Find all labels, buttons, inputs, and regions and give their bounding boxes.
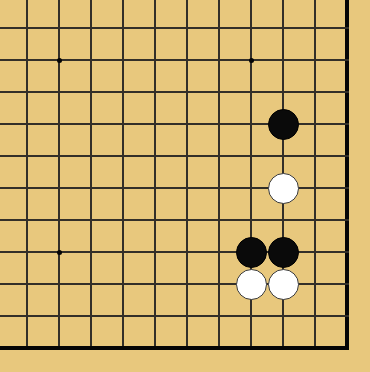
board-edge-line-right [345,0,349,350]
grid-line-vertical [122,0,124,350]
grid-line-horizontal [0,59,349,61]
star-point [57,58,62,63]
grid-line-vertical [154,0,156,350]
grid-line-vertical [58,0,60,350]
black-stone[interactable] [268,237,299,268]
go-board[interactable] [0,0,370,372]
grid-line-horizontal [0,155,349,157]
grid-line-vertical [26,0,28,350]
grid-line-vertical [218,0,220,350]
white-stone[interactable] [268,269,299,300]
grid-line-horizontal [0,91,349,93]
grid-line-vertical [90,0,92,350]
go-diagram [0,0,370,372]
grid-line-horizontal [0,315,349,317]
grid-line-vertical [314,0,316,350]
black-stone[interactable] [236,237,267,268]
star-point [57,250,62,255]
white-stone[interactable] [236,269,267,300]
board-edge-line-bottom [0,346,349,350]
grid-line-horizontal [0,219,349,221]
black-stone[interactable] [268,109,299,140]
star-point [249,58,254,63]
grid-line-horizontal [0,27,349,29]
grid-line-vertical [186,0,188,350]
white-stone[interactable] [268,173,299,204]
